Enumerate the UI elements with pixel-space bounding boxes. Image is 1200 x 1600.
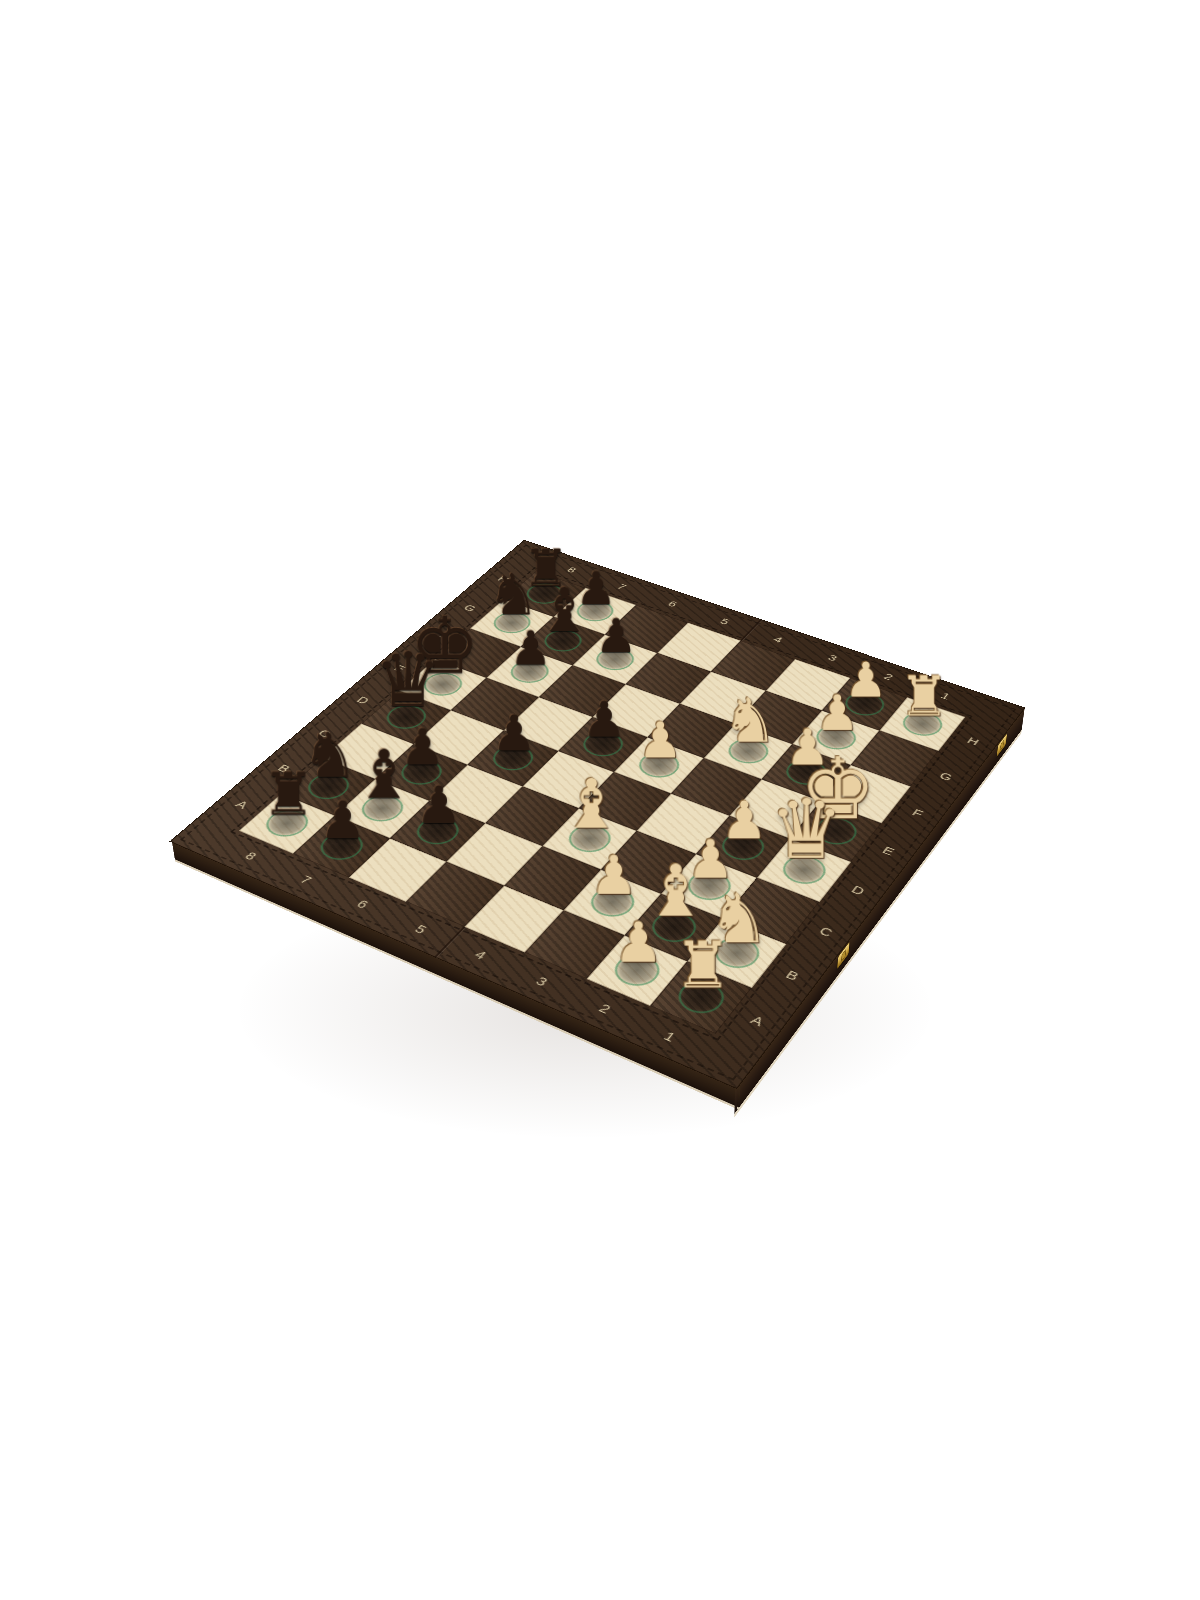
file-label-text: B: [783, 967, 802, 982]
brass-clasp-icon: [837, 941, 850, 969]
piece-black-pawn-d6[interactable]: ♟: [492, 709, 536, 759]
file-label-text: E: [880, 844, 897, 858]
rank-label-text: 4: [771, 634, 785, 644]
piece-black-pawn-e5[interactable]: ♟: [582, 695, 626, 744]
piece-white-knight-f3[interactable]: ♞: [723, 690, 778, 751]
product-photo-background: ABCDEFGH8♜♞♛♚♞♜87♟♝♟♟♝♟76♟♟♟65♟54♝♟43♟♞3…: [0, 0, 1200, 1600]
rank-label-text: 3: [825, 652, 839, 662]
rank-label-text: 5: [411, 922, 429, 936]
piece-black-pawn-f7[interactable]: ♟: [510, 625, 552, 672]
file-label-text: F: [910, 806, 926, 819]
scene: ABCDEFGH8♜♞♛♚♞♜87♟♝♟♟♝♟76♟♟♟65♟54♝♟43♟♞3…: [0, 0, 1200, 1600]
rank-label-text: 6: [665, 599, 679, 609]
rank-label-text: 2: [595, 1001, 613, 1016]
rank-label-text: 6: [353, 897, 371, 911]
square-d6[interactable]: ♟: [468, 730, 559, 786]
piece-white-rook-h1[interactable]: ♜: [899, 669, 949, 724]
rank-label-text: 4: [471, 947, 489, 961]
piece-white-pawn-b3[interactable]: ♟: [590, 849, 638, 903]
piece-white-rook-a1[interactable]: ♜: [674, 933, 732, 997]
rank-label-text: 3: [532, 974, 550, 989]
file-label-text: A: [747, 1012, 766, 1028]
rank-label-text: 5: [717, 616, 731, 626]
file-label-text: D: [848, 883, 866, 897]
piece-black-pawn-b6[interactable]: ♟: [416, 780, 462, 832]
piece-white-pawn-e4[interactable]: ♟: [638, 716, 683, 766]
piece-black-knight-g8[interactable]: ♞: [488, 566, 539, 623]
file-label-text: D: [354, 694, 372, 706]
file-label-text: C: [816, 924, 835, 939]
brass-clasp-icon: [997, 733, 1008, 758]
file-label-text: H: [964, 735, 981, 747]
file-label-text: G: [937, 770, 955, 783]
piece-white-pawn-a2[interactable]: ♟: [614, 915, 664, 971]
piece-black-pawn-g6[interactable]: ♟: [595, 613, 637, 660]
file-label-text: A: [232, 798, 251, 811]
chess-board: ABCDEFGH8♜♞♛♚♞♜87♟♝♟♟♝♟76♟♟♟65♟54♝♟43♟♞3…: [169, 540, 1025, 1089]
piece-white-queen-d1[interactable]: ♛: [770, 788, 844, 870]
piece-black-pawn-a7[interactable]: ♟: [320, 794, 367, 846]
rank-label-text: 8: [242, 849, 260, 862]
piece-black-rook-a8[interactable]: ♜: [262, 765, 315, 824]
rank-label-text: 7: [297, 873, 315, 886]
piece-black-queen-d8[interactable]: ♛: [374, 642, 442, 718]
piece-white-bishop-c4[interactable]: ♝: [561, 771, 622, 840]
rank-label-text: 1: [660, 1028, 678, 1044]
